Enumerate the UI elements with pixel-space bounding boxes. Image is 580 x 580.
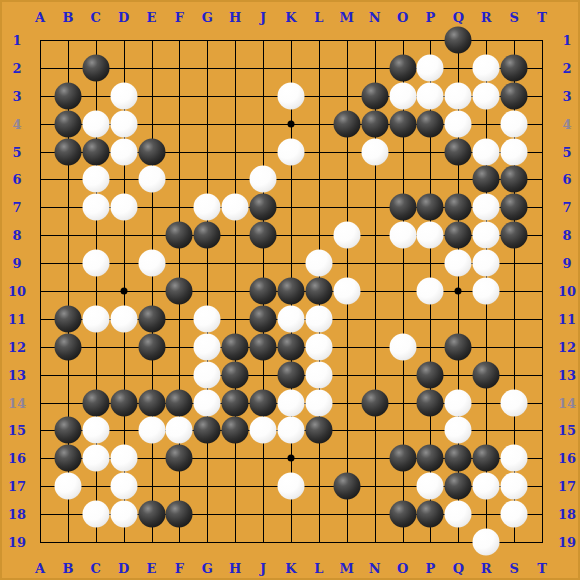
white-stone-E15[interactable] — [138, 417, 165, 444]
column-label: O — [397, 562, 408, 575]
row-label: 2 — [12, 61, 21, 74]
black-stone-L10[interactable] — [305, 278, 332, 305]
black-stone-P13[interactable] — [417, 361, 444, 388]
black-stone-S2[interactable] — [501, 54, 528, 81]
white-stone-J15[interactable] — [250, 417, 277, 444]
column-label: S — [509, 11, 518, 24]
column-label: C — [91, 562, 101, 575]
row-label: 1 — [562, 34, 571, 47]
white-stone-D4[interactable] — [110, 110, 137, 137]
row-label: 17 — [8, 480, 26, 493]
black-stone-F14[interactable] — [166, 389, 193, 416]
row-label: 15 — [558, 424, 576, 437]
white-stone-D17[interactable] — [110, 473, 137, 500]
row-label: 12 — [558, 340, 576, 353]
black-stone-O7[interactable] — [389, 194, 416, 221]
column-label: L — [314, 562, 323, 575]
black-stone-S8[interactable] — [501, 222, 528, 249]
column-label: N — [369, 562, 381, 575]
white-stone-O3[interactable] — [389, 82, 416, 109]
white-stone-C7[interactable] — [82, 194, 109, 221]
white-stone-G12[interactable] — [194, 333, 221, 360]
white-stone-C16[interactable] — [82, 445, 109, 472]
black-stone-G8[interactable] — [194, 222, 221, 249]
white-stone-S14[interactable] — [501, 389, 528, 416]
white-stone-D3[interactable] — [110, 82, 137, 109]
black-stone-F18[interactable] — [166, 501, 193, 528]
black-stone-O16[interactable] — [389, 445, 416, 472]
white-stone-M10[interactable] — [333, 278, 360, 305]
white-stone-K17[interactable] — [278, 473, 305, 500]
column-label: R — [481, 11, 492, 24]
white-stone-P17[interactable] — [417, 473, 444, 500]
black-stone-J8[interactable] — [250, 222, 277, 249]
white-stone-D5[interactable] — [110, 138, 137, 165]
row-label: 13 — [558, 368, 576, 381]
white-stone-Q9[interactable] — [445, 250, 472, 277]
row-label: 4 — [562, 117, 571, 130]
black-stone-H14[interactable] — [222, 389, 249, 416]
black-stone-S7[interactable] — [501, 194, 528, 221]
column-label: E — [147, 562, 157, 575]
column-label: J — [260, 11, 266, 24]
row-label: 11 — [558, 312, 576, 325]
column-label: P — [426, 562, 436, 575]
black-stone-Q12[interactable] — [445, 333, 472, 360]
column-label: Q — [453, 11, 464, 24]
white-stone-R5[interactable] — [473, 138, 500, 165]
black-stone-S6[interactable] — [501, 166, 528, 193]
white-stone-C15[interactable] — [82, 417, 109, 444]
column-label: S — [509, 562, 518, 575]
black-stone-C2[interactable] — [82, 54, 109, 81]
white-stone-S4[interactable] — [501, 110, 528, 137]
white-stone-G7[interactable] — [194, 194, 221, 221]
white-stone-R7[interactable] — [473, 194, 500, 221]
black-stone-B11[interactable] — [54, 305, 81, 332]
white-stone-E6[interactable] — [138, 166, 165, 193]
column-label: J — [260, 562, 266, 575]
row-label: 8 — [12, 229, 21, 242]
white-stone-J6[interactable] — [250, 166, 277, 193]
white-stone-K14[interactable] — [278, 389, 305, 416]
column-label: G — [202, 11, 213, 24]
star-point — [288, 455, 295, 462]
row-label: 11 — [8, 312, 26, 325]
black-stone-H15[interactable] — [222, 417, 249, 444]
black-stone-B12[interactable] — [54, 333, 81, 360]
column-label: T — [537, 562, 547, 575]
white-stone-K15[interactable] — [278, 417, 305, 444]
white-stone-Q3[interactable] — [445, 82, 472, 109]
row-label: 16 — [558, 452, 576, 465]
white-stone-B17[interactable] — [54, 473, 81, 500]
black-stone-E18[interactable] — [138, 501, 165, 528]
white-stone-S5[interactable] — [501, 138, 528, 165]
white-stone-Q4[interactable] — [445, 110, 472, 137]
white-stone-S17[interactable] — [501, 473, 528, 500]
row-label: 14 — [8, 396, 26, 409]
white-stone-E9[interactable] — [138, 250, 165, 277]
white-stone-L11[interactable] — [305, 305, 332, 332]
white-stone-L9[interactable] — [305, 250, 332, 277]
column-label: M — [340, 11, 354, 24]
white-stone-C9[interactable] — [82, 250, 109, 277]
column-label: K — [285, 562, 296, 575]
black-stone-M4[interactable] — [333, 110, 360, 137]
black-stone-K10[interactable] — [278, 278, 305, 305]
row-label: 13 — [8, 368, 26, 381]
column-label: R — [481, 562, 492, 575]
black-stone-Q17[interactable] — [445, 473, 472, 500]
white-stone-L14[interactable] — [305, 389, 332, 416]
white-stone-Q15[interactable] — [445, 417, 472, 444]
black-stone-P14[interactable] — [417, 389, 444, 416]
black-stone-C5[interactable] — [82, 138, 109, 165]
star-point — [455, 288, 462, 295]
white-stone-D7[interactable] — [110, 194, 137, 221]
black-stone-G15[interactable] — [194, 417, 221, 444]
star-point — [288, 120, 295, 127]
column-label: C — [91, 11, 101, 24]
white-stone-C11[interactable] — [82, 305, 109, 332]
column-label: T — [537, 11, 547, 24]
white-stone-P3[interactable] — [417, 82, 444, 109]
column-label: N — [369, 11, 381, 24]
black-stone-Q5[interactable] — [445, 138, 472, 165]
black-stone-R6[interactable] — [473, 166, 500, 193]
white-stone-G14[interactable] — [194, 389, 221, 416]
white-stone-O12[interactable] — [389, 333, 416, 360]
black-stone-M17[interactable] — [333, 473, 360, 500]
row-label: 3 — [562, 89, 571, 102]
white-stone-D11[interactable] — [110, 305, 137, 332]
row-label: 1 — [12, 34, 21, 47]
white-stone-R2[interactable] — [473, 54, 500, 81]
column-label: A — [35, 11, 45, 24]
black-stone-H12[interactable] — [222, 333, 249, 360]
black-stone-N4[interactable] — [361, 110, 388, 137]
black-stone-F10[interactable] — [166, 278, 193, 305]
row-label: 17 — [558, 480, 576, 493]
white-stone-F15[interactable] — [166, 417, 193, 444]
row-label: 6 — [562, 173, 571, 186]
black-stone-Q1[interactable] — [445, 27, 472, 54]
row-label: 9 — [562, 257, 571, 270]
black-stone-J7[interactable] — [250, 194, 277, 221]
black-stone-P18[interactable] — [417, 501, 444, 528]
white-stone-C4[interactable] — [82, 110, 109, 137]
white-stone-P10[interactable] — [417, 278, 444, 305]
row-label: 7 — [12, 201, 21, 214]
black-stone-F8[interactable] — [166, 222, 193, 249]
black-stone-N14[interactable] — [361, 389, 388, 416]
black-stone-Q16[interactable] — [445, 445, 472, 472]
column-label: D — [118, 562, 129, 575]
black-stone-K13[interactable] — [278, 361, 305, 388]
row-label: 10 — [8, 285, 26, 298]
black-stone-O2[interactable] — [389, 54, 416, 81]
column-label: D — [118, 11, 129, 24]
row-label: 5 — [12, 145, 21, 158]
row-label: 3 — [12, 89, 21, 102]
white-stone-K11[interactable] — [278, 305, 305, 332]
black-stone-Q7[interactable] — [445, 194, 472, 221]
row-label: 18 — [558, 508, 576, 521]
white-stone-G11[interactable] — [194, 305, 221, 332]
column-label: B — [62, 11, 73, 24]
white-stone-R10[interactable] — [473, 278, 500, 305]
white-stone-O8[interactable] — [389, 222, 416, 249]
black-stone-P4[interactable] — [417, 110, 444, 137]
column-label: H — [229, 11, 241, 24]
row-label: 14 — [558, 396, 576, 409]
row-label: 9 — [12, 257, 21, 270]
column-label: G — [202, 562, 213, 575]
white-stone-R3[interactable] — [473, 82, 500, 109]
black-stone-B16[interactable] — [54, 445, 81, 472]
column-label: E — [147, 11, 157, 24]
white-stone-R8[interactable] — [473, 222, 500, 249]
white-stone-S16[interactable] — [501, 445, 528, 472]
star-point — [120, 288, 127, 295]
white-stone-S18[interactable] — [501, 501, 528, 528]
black-stone-J14[interactable] — [250, 389, 277, 416]
black-stone-P7[interactable] — [417, 194, 444, 221]
white-stone-L13[interactable] — [305, 361, 332, 388]
grid-line-horizontal — [40, 542, 543, 543]
black-stone-R13[interactable] — [473, 361, 500, 388]
black-stone-L15[interactable] — [305, 417, 332, 444]
black-stone-R16[interactable] — [473, 445, 500, 472]
white-stone-K3[interactable] — [278, 82, 305, 109]
row-label: 5 — [562, 145, 571, 158]
black-stone-O18[interactable] — [389, 501, 416, 528]
white-stone-R17[interactable] — [473, 473, 500, 500]
white-stone-P8[interactable] — [417, 222, 444, 249]
black-stone-B3[interactable] — [54, 82, 81, 109]
white-stone-L12[interactable] — [305, 333, 332, 360]
column-label: K — [285, 11, 296, 24]
black-stone-H13[interactable] — [222, 361, 249, 388]
black-stone-O4[interactable] — [389, 110, 416, 137]
row-label: 19 — [8, 536, 26, 549]
black-stone-J10[interactable] — [250, 278, 277, 305]
white-stone-Q14[interactable] — [445, 389, 472, 416]
grid-line-vertical — [542, 40, 543, 543]
column-label: F — [175, 11, 184, 24]
white-stone-K5[interactable] — [278, 138, 305, 165]
column-label: M — [340, 562, 354, 575]
column-label: P — [426, 11, 436, 24]
black-stone-E12[interactable] — [138, 333, 165, 360]
black-stone-N3[interactable] — [361, 82, 388, 109]
column-label: O — [397, 11, 408, 24]
row-label: 15 — [8, 424, 26, 437]
column-label: B — [62, 562, 73, 575]
black-stone-J11[interactable] — [250, 305, 277, 332]
black-stone-E11[interactable] — [138, 305, 165, 332]
row-label: 10 — [558, 285, 576, 298]
row-label: 19 — [558, 536, 576, 549]
row-label: 12 — [8, 340, 26, 353]
white-stone-N5[interactable] — [361, 138, 388, 165]
row-label: 4 — [12, 117, 21, 130]
black-stone-E5[interactable] — [138, 138, 165, 165]
column-label: L — [314, 11, 323, 24]
black-stone-J12[interactable] — [250, 333, 277, 360]
row-label: 6 — [12, 173, 21, 186]
column-label: H — [229, 562, 241, 575]
white-stone-D16[interactable] — [110, 445, 137, 472]
white-stone-R19[interactable] — [473, 529, 500, 556]
black-stone-E14[interactable] — [138, 389, 165, 416]
row-label: 16 — [8, 452, 26, 465]
white-stone-C18[interactable] — [82, 501, 109, 528]
black-stone-Q8[interactable] — [445, 222, 472, 249]
black-stone-F16[interactable] — [166, 445, 193, 472]
row-label: 2 — [562, 61, 571, 74]
white-stone-H7[interactable] — [222, 194, 249, 221]
column-label: A — [35, 562, 45, 575]
column-label: F — [175, 562, 184, 575]
black-stone-B15[interactable] — [54, 417, 81, 444]
white-stone-P2[interactable] — [417, 54, 444, 81]
white-stone-R9[interactable] — [473, 250, 500, 277]
black-stone-P16[interactable] — [417, 445, 444, 472]
black-stone-B5[interactable] — [54, 138, 81, 165]
black-stone-D14[interactable] — [110, 389, 137, 416]
black-stone-C14[interactable] — [82, 389, 109, 416]
white-stone-G13[interactable] — [194, 361, 221, 388]
column-label: Q — [453, 562, 464, 575]
row-label: 8 — [562, 229, 571, 242]
row-label: 7 — [562, 201, 571, 214]
black-stone-K12[interactable] — [278, 333, 305, 360]
row-label: 18 — [8, 508, 26, 521]
white-stone-Q18[interactable] — [445, 501, 472, 528]
white-stone-D18[interactable] — [110, 501, 137, 528]
black-stone-B4[interactable] — [54, 110, 81, 137]
white-stone-M8[interactable] — [333, 222, 360, 249]
white-stone-C6[interactable] — [82, 166, 109, 193]
black-stone-S3[interactable] — [501, 82, 528, 109]
go-board[interactable]: AABBCCDDEEFFGGHHJJKKLLMMNNOOPPQQRRSSTT11… — [0, 0, 580, 580]
